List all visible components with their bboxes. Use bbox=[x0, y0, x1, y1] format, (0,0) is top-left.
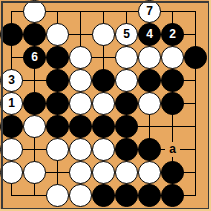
white-stone bbox=[69, 69, 92, 92]
white-stone bbox=[161, 46, 184, 69]
black-stone bbox=[138, 184, 161, 207]
white-stone bbox=[69, 92, 92, 115]
black-stone bbox=[115, 115, 138, 138]
white-stone bbox=[69, 184, 92, 207]
black-stone bbox=[46, 92, 69, 115]
white-stone bbox=[138, 92, 161, 115]
white-stone bbox=[115, 69, 138, 92]
white-stone bbox=[23, 115, 46, 138]
black-stone bbox=[138, 69, 161, 92]
white-stone bbox=[69, 138, 92, 161]
black-stone bbox=[46, 69, 69, 92]
black-stone bbox=[115, 92, 138, 115]
black-stone bbox=[46, 46, 69, 69]
white-stone bbox=[23, 0, 46, 23]
black-stone bbox=[23, 23, 46, 46]
black-stone bbox=[161, 161, 184, 184]
black-stone bbox=[161, 92, 184, 115]
black-stone bbox=[115, 138, 138, 161]
white-stone bbox=[46, 138, 69, 161]
white-stone bbox=[92, 138, 115, 161]
go-diagram: 7542631a bbox=[0, 0, 211, 211]
go-board: 7542631a bbox=[0, 0, 211, 211]
white-stone bbox=[23, 161, 46, 184]
white-stone bbox=[69, 46, 92, 69]
white-stone-move-3: 3 bbox=[0, 69, 23, 92]
white-stone bbox=[92, 23, 115, 46]
black-stone bbox=[138, 138, 161, 161]
grid-vline bbox=[195, 11, 196, 196]
white-stone-move-5: 5 bbox=[115, 23, 138, 46]
black-stone-move-4: 4 bbox=[138, 23, 161, 46]
white-stone bbox=[92, 161, 115, 184]
white-stone bbox=[115, 46, 138, 69]
white-stone bbox=[69, 161, 92, 184]
black-stone bbox=[92, 115, 115, 138]
white-stone bbox=[46, 23, 69, 46]
point-label-a: a bbox=[165, 142, 180, 157]
black-stone bbox=[161, 184, 184, 207]
white-stone bbox=[115, 161, 138, 184]
black-stone bbox=[0, 115, 23, 138]
black-stone bbox=[69, 115, 92, 138]
white-stone bbox=[0, 161, 23, 184]
white-stone bbox=[138, 46, 161, 69]
black-stone bbox=[0, 23, 23, 46]
white-stone bbox=[0, 138, 23, 161]
white-stone bbox=[92, 92, 115, 115]
white-stone bbox=[138, 161, 161, 184]
black-stone bbox=[115, 184, 138, 207]
black-stone-move-2: 2 bbox=[161, 23, 184, 46]
black-stone bbox=[92, 184, 115, 207]
white-stone-move-7: 7 bbox=[138, 0, 161, 23]
black-stone bbox=[92, 69, 115, 92]
black-stone-move-6: 6 bbox=[23, 46, 46, 69]
white-stone-move-1: 1 bbox=[0, 92, 23, 115]
white-stone bbox=[46, 184, 69, 207]
black-stone bbox=[184, 46, 207, 69]
black-stone bbox=[161, 69, 184, 92]
black-stone bbox=[23, 92, 46, 115]
black-stone bbox=[46, 115, 69, 138]
